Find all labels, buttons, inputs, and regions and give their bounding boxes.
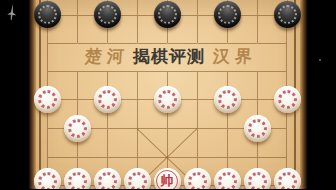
river-label-han-jie: 汉界 xyxy=(212,44,258,68)
piece-hidden-red[interactable] xyxy=(34,86,61,113)
video-frame: 楚河 揭棋评测 汉界 帅 xyxy=(0,0,336,189)
file-line xyxy=(77,0,78,15)
piece-hidden-black[interactable] xyxy=(274,1,301,28)
piece-hidden-red[interactable] xyxy=(34,168,61,190)
board-cell[interactable] xyxy=(197,128,227,157)
river-label-chu-he: 楚河 xyxy=(84,44,130,68)
piece-hidden-red[interactable] xyxy=(94,86,121,113)
board-right-edge xyxy=(300,0,307,189)
board-cell[interactable] xyxy=(47,43,77,71)
piece-hidden-red[interactable] xyxy=(274,86,301,113)
piece-hidden-red[interactable] xyxy=(214,168,241,190)
piece-hidden-red[interactable] xyxy=(94,168,121,190)
piece-hidden-red[interactable] xyxy=(244,115,271,142)
piece-hidden-red[interactable] xyxy=(214,86,241,113)
piece-hidden-black[interactable] xyxy=(154,1,181,28)
red-king-label: 帅 xyxy=(154,168,181,190)
piece-hidden-black[interactable] xyxy=(94,1,121,28)
piece-hidden-red[interactable] xyxy=(124,168,151,190)
piece-hidden-red[interactable] xyxy=(184,168,211,190)
piece-hidden-red[interactable] xyxy=(64,115,91,142)
board-cell[interactable] xyxy=(257,43,287,71)
file-line xyxy=(257,0,258,15)
piece-hidden-black[interactable] xyxy=(34,1,61,28)
xiangqi-board[interactable]: 楚河 揭棋评测 汉界 帅 xyxy=(29,0,307,189)
dust-speck xyxy=(319,59,321,61)
file-line xyxy=(137,0,138,15)
piece-red-king[interactable]: 帅 xyxy=(154,168,181,190)
piece-hidden-red[interactable] xyxy=(64,168,91,190)
mouse-cursor-icon xyxy=(6,4,18,21)
piece-hidden-black[interactable] xyxy=(214,1,241,28)
app-watermark: 揭棋评测 xyxy=(133,44,205,68)
piece-hidden-red[interactable] xyxy=(274,168,301,190)
piece-hidden-red[interactable] xyxy=(244,168,271,190)
board-cell[interactable] xyxy=(107,128,137,157)
piece-hidden-red[interactable] xyxy=(154,86,181,113)
file-line xyxy=(197,0,198,15)
